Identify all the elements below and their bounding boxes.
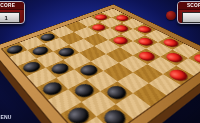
board-frame [0, 4, 200, 123]
score-label-left: SCORE [0, 2, 24, 10]
red-checker-icon [166, 11, 176, 20]
game-stage: SCORE 1 SCORE MENU [0, 0, 200, 123]
score-panel-left: SCORE 1 [0, 1, 25, 24]
board-grid [1, 8, 200, 123]
score-value-left: 1 [0, 12, 20, 23]
menu-button[interactable]: MENU [0, 113, 27, 121]
score-value-right [182, 12, 200, 23]
score-panel-right: SCORE [177, 1, 200, 24]
score-label-right: SCORE [178, 2, 200, 10]
